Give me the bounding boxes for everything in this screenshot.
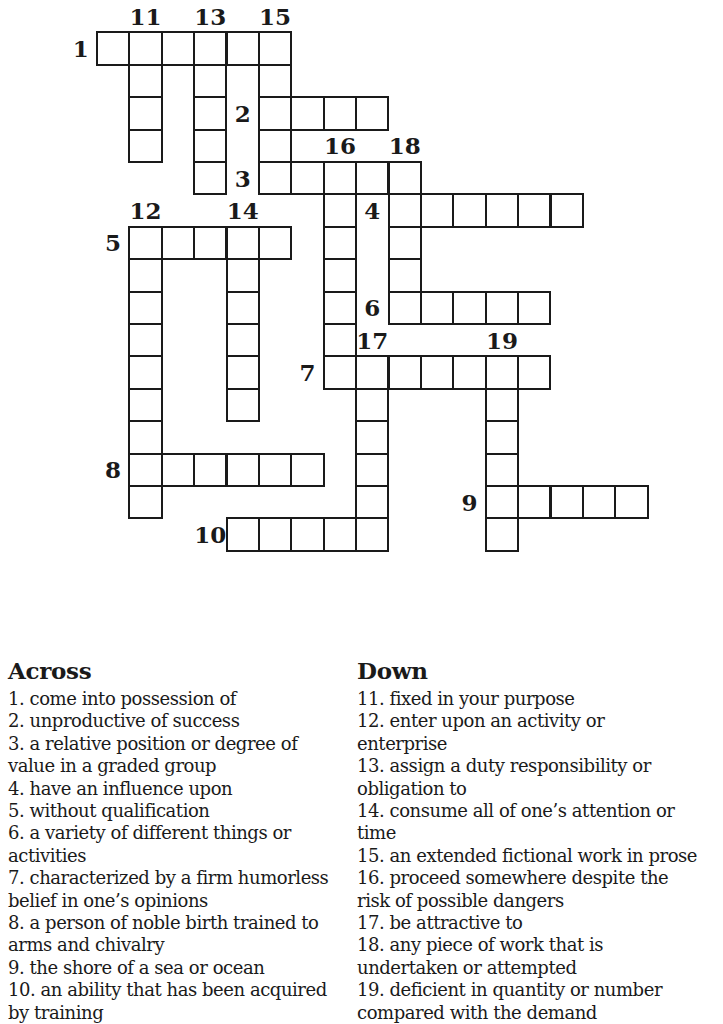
clue-line: obligation to — [357, 778, 723, 800]
grid-cell[interactable] — [227, 259, 259, 291]
clue-line: value in a graded group — [8, 755, 357, 777]
clue-line: 11. fixed in your purpose — [357, 688, 723, 710]
clue-line: 2. unproductive of success — [8, 710, 357, 732]
clue-number-label: 18 — [389, 130, 421, 162]
grid-cell[interactable] — [421, 292, 453, 324]
clue-number-label: 15 — [259, 0, 291, 32]
grid-cell[interactable] — [389, 356, 421, 388]
clue-line: 9. the shore of a sea or ocean — [8, 957, 357, 979]
clue-number-label: 19 — [486, 324, 518, 356]
clue-line: 16. proceed somewhere despite the — [357, 867, 723, 889]
clue-number-label: 7 — [291, 356, 323, 388]
clue-line: risk of possible dangers — [357, 890, 723, 912]
clue-line: 14. consume all of one’s attention or — [357, 800, 723, 822]
grid-cell[interactable] — [421, 194, 453, 226]
grid-cell[interactable] — [324, 97, 356, 129]
clue-number-label: 10 — [194, 518, 226, 550]
clue-line: time — [357, 822, 723, 844]
grid-cell[interactable] — [129, 259, 161, 291]
grid-cell[interactable] — [356, 389, 388, 421]
clue-number-label: 2 — [227, 97, 259, 129]
grid-cell[interactable] — [259, 454, 291, 486]
down-header: Down — [357, 657, 723, 684]
down-clues-section: Down 11. fixed in your purpose12. enter … — [357, 657, 723, 1024]
across-clues-section: Across 1. come into possession of2. unpr… — [8, 657, 357, 1024]
grid-cell[interactable] — [129, 454, 161, 486]
clue-number-label: 13 — [194, 0, 226, 32]
clue-line: belief in one’s opinions — [8, 890, 357, 912]
across-header: Across — [8, 657, 357, 684]
grid-cell[interactable] — [421, 356, 453, 388]
grid-cell[interactable] — [227, 454, 259, 486]
grid-cell[interactable] — [389, 162, 421, 194]
clue-line: 17. be attractive to — [357, 912, 723, 934]
grid-cell[interactable] — [129, 32, 161, 64]
grid-cell[interactable] — [227, 518, 259, 550]
clue-number-label: 4 — [356, 194, 388, 226]
clue-number-label: 6 — [356, 292, 388, 324]
clue-line: 7. characterized by a firm humorless — [8, 867, 357, 889]
clue-number-label: 16 — [324, 130, 356, 162]
grid-cell[interactable] — [389, 227, 421, 259]
clue-line: undertaken or attempted — [357, 957, 723, 979]
grid-cell[interactable] — [162, 454, 194, 486]
grid-cell[interactable] — [551, 486, 583, 518]
grid-cell[interactable] — [486, 292, 518, 324]
grid-cell[interactable] — [227, 389, 259, 421]
grid-cell[interactable] — [453, 356, 485, 388]
grid-cell[interactable] — [259, 130, 291, 162]
grid-cell[interactable] — [194, 162, 226, 194]
grid-cell[interactable] — [453, 194, 485, 226]
grid-cell[interactable] — [615, 486, 647, 518]
grid-cell[interactable] — [518, 292, 550, 324]
clue-line: 3. a relative position or degree of — [8, 733, 357, 755]
grid-cell[interactable] — [324, 292, 356, 324]
grid-cell[interactable] — [129, 389, 161, 421]
grid-cell[interactable] — [227, 324, 259, 356]
grid-cell[interactable] — [324, 227, 356, 259]
clue-line: compared with the demand — [357, 1002, 723, 1024]
grid-cell[interactable] — [324, 324, 356, 356]
clue-number-label: 11 — [129, 0, 161, 32]
grid-cell[interactable] — [356, 162, 388, 194]
grid-cell[interactable] — [518, 356, 550, 388]
grid-cell[interactable] — [389, 194, 421, 226]
grid-cell[interactable] — [129, 486, 161, 518]
clue-line: by training — [8, 1002, 357, 1024]
grid-cell[interactable] — [129, 65, 161, 97]
grid-cell[interactable] — [518, 194, 550, 226]
grid-cell[interactable] — [129, 227, 161, 259]
grid-cell[interactable] — [356, 518, 388, 550]
clue-line: enterprise — [357, 733, 723, 755]
grid-cell[interactable] — [162, 32, 194, 64]
clue-number-label: 8 — [97, 454, 129, 486]
clue-number-label: 3 — [227, 162, 259, 194]
grid-cell[interactable] — [583, 486, 615, 518]
grid-cell[interactable] — [129, 97, 161, 129]
clue-line: 13. assign a duty responsibility or — [357, 755, 723, 777]
grid-cell[interactable] — [389, 259, 421, 291]
clue-line: 12. enter upon an activity or — [357, 710, 723, 732]
grid-cell[interactable] — [324, 162, 356, 194]
clue-line: activities — [8, 845, 357, 867]
grid-cell[interactable] — [259, 162, 291, 194]
clue-number-label: 5 — [97, 227, 129, 259]
grid-cell[interactable] — [486, 389, 518, 421]
grid-cell[interactable] — [356, 97, 388, 129]
grid-cell[interactable] — [194, 454, 226, 486]
grid-cell[interactable] — [129, 356, 161, 388]
grid-cell[interactable] — [129, 324, 161, 356]
clue-line: 19. deficient in quantity or number — [357, 979, 723, 1001]
grid-cell[interactable] — [194, 130, 226, 162]
grid-cell[interactable] — [227, 227, 259, 259]
grid-cell[interactable] — [324, 356, 356, 388]
grid-cell[interactable] — [518, 486, 550, 518]
grid-cell[interactable] — [453, 292, 485, 324]
grid-cell[interactable] — [486, 194, 518, 226]
grid-cell[interactable] — [194, 97, 226, 129]
grid-cell[interactable] — [486, 518, 518, 550]
grid-cell[interactable] — [291, 97, 323, 129]
grid-cell[interactable] — [356, 486, 388, 518]
grid-cell[interactable] — [551, 194, 583, 226]
grid-cell[interactable] — [194, 65, 226, 97]
clue-line: 18. any piece of work that is — [357, 934, 723, 956]
grid-cell[interactable] — [194, 227, 226, 259]
clue-number-label: 12 — [129, 194, 161, 226]
clue-line: 8. a person of noble birth trained to — [8, 912, 357, 934]
grid-cell[interactable] — [162, 227, 194, 259]
clue-line: 1. come into possession of — [8, 688, 357, 710]
grid-cell[interactable] — [291, 162, 323, 194]
grid-cell[interactable] — [356, 356, 388, 388]
grid-cell[interactable] — [194, 32, 226, 64]
grid-cell[interactable] — [129, 292, 161, 324]
grid-cell[interactable] — [389, 292, 421, 324]
grid-cell[interactable] — [227, 356, 259, 388]
grid-cell[interactable] — [227, 32, 259, 64]
grid-cell[interactable] — [356, 454, 388, 486]
grid-cell[interactable] — [259, 227, 291, 259]
grid-cell[interactable] — [486, 421, 518, 453]
clue-line: 10. an ability that has been acquired — [8, 979, 357, 1001]
grid-cell[interactable] — [129, 130, 161, 162]
down-clues-list: 11. fixed in your purpose12. enter upon … — [357, 688, 723, 1024]
clue-line: arms and chivalry — [8, 934, 357, 956]
grid-cell[interactable] — [291, 518, 323, 550]
grid-cell[interactable] — [324, 259, 356, 291]
grid-cell[interactable] — [324, 518, 356, 550]
grid-cell[interactable] — [486, 454, 518, 486]
grid-cell[interactable] — [259, 32, 291, 64]
grid-cell[interactable] — [324, 194, 356, 226]
grid-cell[interactable] — [259, 65, 291, 97]
clue-line: 15. an extended fictional work in prose — [357, 845, 723, 867]
grid-cell[interactable] — [97, 32, 129, 64]
clue-line: 5. without qualification — [8, 800, 357, 822]
clue-number-label: 9 — [453, 486, 485, 518]
grid-cell[interactable] — [259, 518, 291, 550]
grid-cell[interactable] — [129, 421, 161, 453]
grid-cell[interactable] — [356, 421, 388, 453]
grid-cell[interactable] — [291, 454, 323, 486]
clue-number-label: 14 — [227, 194, 259, 226]
grid-cell[interactable] — [486, 356, 518, 388]
grid-cell[interactable] — [486, 486, 518, 518]
across-clues-list: 1. come into possession of2. unproductiv… — [8, 688, 357, 1024]
grid-cell[interactable] — [227, 292, 259, 324]
clue-line: 4. have an influence upon — [8, 778, 357, 800]
clue-number-label: 17 — [356, 324, 388, 356]
clue-line: 6. a variety of different things or — [8, 822, 357, 844]
crossword-page: 12345678910111315161812141719 Across 1. … — [0, 0, 723, 1024]
grid-cell[interactable] — [259, 97, 291, 129]
clue-number-label: 1 — [65, 32, 97, 64]
